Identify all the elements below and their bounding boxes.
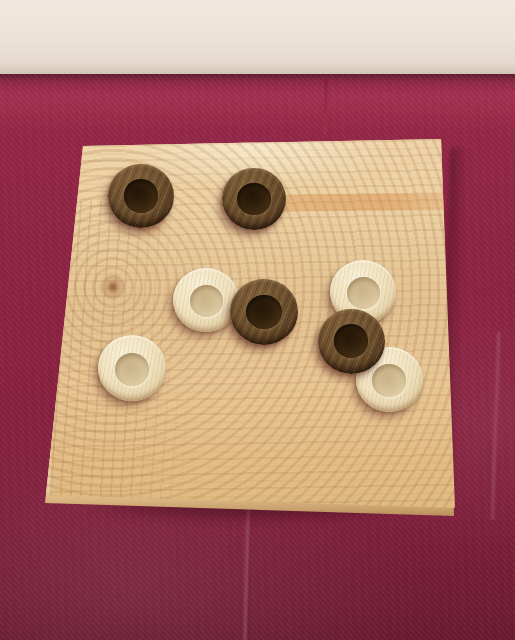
piece-dark-r1c1[interactable] (230, 279, 298, 345)
piece-dark-r1c2[interactable] (318, 309, 385, 374)
light-piece-recessed-center (115, 353, 149, 386)
light-piece-recessed-center (347, 277, 380, 309)
light-piece-recessed-center (190, 285, 223, 317)
piece-light-r2c0[interactable] (98, 335, 166, 401)
piece-light-r1c1[interactable] (173, 268, 239, 332)
light-piece-recessed-center (372, 364, 406, 397)
dark-piece-recessed-center (334, 324, 369, 358)
dark-piece-recessed-center (237, 183, 270, 215)
dark-piece-recessed-center (124, 179, 158, 212)
piece-dark-r0c1[interactable] (222, 168, 286, 230)
photo-scene (0, 0, 515, 640)
dark-piece-recessed-center (246, 295, 281, 329)
pieces-layer (0, 0, 515, 640)
piece-dark-r0c0[interactable] (108, 164, 174, 228)
